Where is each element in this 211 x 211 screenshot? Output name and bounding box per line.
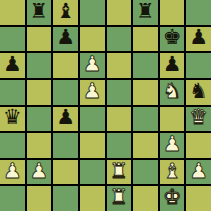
piece-white-pawn[interactable]: ♟ <box>83 81 102 102</box>
square-f7[interactable] <box>133 27 158 52</box>
square-a1[interactable] <box>0 186 25 211</box>
piece-black-bishop[interactable]: ♝ <box>56 1 75 22</box>
square-f8[interactable]: ♜ <box>133 0 158 25</box>
square-h8[interactable] <box>186 0 211 25</box>
square-h3[interactable] <box>186 133 211 158</box>
square-h1[interactable] <box>186 186 211 211</box>
square-f2[interactable] <box>133 160 158 185</box>
square-a2[interactable]: ♟ <box>0 160 25 185</box>
square-c6[interactable] <box>53 53 78 78</box>
square-b7[interactable] <box>27 27 52 52</box>
piece-white-pawn[interactable]: ♟ <box>163 134 182 155</box>
square-f3[interactable] <box>133 133 158 158</box>
piece-black-queen[interactable]: ♛ <box>3 107 22 128</box>
piece-black-pawn[interactable]: ♟ <box>163 54 182 75</box>
square-c8[interactable]: ♝ <box>53 0 78 25</box>
square-e4[interactable] <box>107 107 132 132</box>
square-b6[interactable] <box>27 53 52 78</box>
square-b5[interactable] <box>27 80 52 105</box>
square-g2[interactable]: ♝ <box>160 160 185 185</box>
piece-white-rook[interactable]: ♜ <box>109 161 128 182</box>
square-d8[interactable] <box>80 0 105 25</box>
piece-black-pawn[interactable]: ♟ <box>56 27 75 48</box>
square-c4[interactable]: ♟ <box>53 107 78 132</box>
square-e5[interactable] <box>107 80 132 105</box>
square-g1[interactable]: ♚ <box>160 186 185 211</box>
piece-white-pawn[interactable]: ♟ <box>83 54 102 75</box>
square-h5[interactable]: ♞ <box>186 80 211 105</box>
square-c1[interactable] <box>53 186 78 211</box>
square-e6[interactable] <box>107 53 132 78</box>
square-b8[interactable]: ♜ <box>27 0 52 25</box>
square-e2[interactable]: ♜ <box>107 160 132 185</box>
square-a6[interactable]: ♟ <box>0 53 25 78</box>
piece-white-bishop[interactable]: ♝ <box>163 161 182 182</box>
square-d4[interactable] <box>80 107 105 132</box>
square-h2[interactable]: ♟ <box>186 160 211 185</box>
piece-black-king[interactable]: ♚ <box>163 27 182 48</box>
piece-black-pawn[interactable]: ♟ <box>56 107 75 128</box>
square-g3[interactable]: ♟ <box>160 133 185 158</box>
square-h4[interactable]: ♛ <box>186 107 211 132</box>
piece-white-pawn[interactable]: ♟ <box>3 161 22 182</box>
piece-white-pawn[interactable]: ♟ <box>30 161 49 182</box>
square-g7[interactable]: ♚ <box>160 27 185 52</box>
square-d2[interactable] <box>80 160 105 185</box>
square-g8[interactable] <box>160 0 185 25</box>
square-g6[interactable]: ♟ <box>160 53 185 78</box>
square-f6[interactable] <box>133 53 158 78</box>
piece-black-pawn[interactable]: ♟ <box>189 27 208 48</box>
piece-white-queen[interactable]: ♛ <box>189 107 208 128</box>
square-b2[interactable]: ♟ <box>27 160 52 185</box>
square-d1[interactable] <box>80 186 105 211</box>
square-c5[interactable] <box>53 80 78 105</box>
square-b3[interactable] <box>27 133 52 158</box>
square-a5[interactable] <box>0 80 25 105</box>
square-d3[interactable] <box>80 133 105 158</box>
piece-black-rook[interactable]: ♜ <box>136 1 155 22</box>
piece-black-rook[interactable]: ♜ <box>30 1 49 22</box>
square-h7[interactable]: ♟ <box>186 27 211 52</box>
square-g4[interactable] <box>160 107 185 132</box>
square-e7[interactable] <box>107 27 132 52</box>
chess-board: ♜♝♜♟♚♟♟♟♟♟♞♞♛♟♛♟♟♟♜♝♟♜♚ <box>0 0 211 211</box>
square-g5[interactable]: ♞ <box>160 80 185 105</box>
square-f4[interactable] <box>133 107 158 132</box>
square-d6[interactable]: ♟ <box>80 53 105 78</box>
square-d7[interactable] <box>80 27 105 52</box>
piece-white-pawn[interactable]: ♟ <box>189 161 208 182</box>
square-c2[interactable] <box>53 160 78 185</box>
piece-white-king[interactable]: ♚ <box>163 187 182 208</box>
square-b4[interactable] <box>27 107 52 132</box>
square-a7[interactable] <box>0 27 25 52</box>
square-a8[interactable] <box>0 0 25 25</box>
square-b1[interactable] <box>27 186 52 211</box>
piece-white-rook[interactable]: ♜ <box>109 187 128 208</box>
square-e8[interactable] <box>107 0 132 25</box>
square-a3[interactable] <box>0 133 25 158</box>
square-a4[interactable]: ♛ <box>0 107 25 132</box>
square-e3[interactable] <box>107 133 132 158</box>
piece-white-knight[interactable]: ♞ <box>163 81 182 102</box>
square-c3[interactable] <box>53 133 78 158</box>
piece-black-knight[interactable]: ♞ <box>189 81 208 102</box>
square-h6[interactable] <box>186 53 211 78</box>
square-d5[interactable]: ♟ <box>80 80 105 105</box>
piece-black-pawn[interactable]: ♟ <box>3 54 22 75</box>
square-f1[interactable] <box>133 186 158 211</box>
square-f5[interactable] <box>133 80 158 105</box>
square-c7[interactable]: ♟ <box>53 27 78 52</box>
square-e1[interactable]: ♜ <box>107 186 132 211</box>
